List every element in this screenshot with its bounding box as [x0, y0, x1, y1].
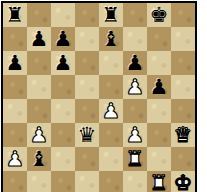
square-g5[interactable]: ♟ — [147, 75, 171, 99]
square-d7[interactable] — [75, 27, 99, 51]
black-pawn[interactable]: ♟ — [51, 27, 75, 51]
square-a3[interactable] — [3, 123, 27, 147]
square-h5[interactable] — [171, 75, 195, 99]
square-h4[interactable] — [171, 99, 195, 123]
square-f2[interactable]: ♜ — [123, 147, 147, 171]
square-a8[interactable]: ♜ — [3, 3, 27, 27]
square-h7[interactable] — [171, 27, 195, 51]
square-f8[interactable] — [123, 3, 147, 27]
black-rook[interactable]: ♜ — [99, 3, 123, 27]
square-g7[interactable] — [147, 27, 171, 51]
square-e2[interactable] — [99, 147, 123, 171]
square-f7[interactable] — [123, 27, 147, 51]
square-g2[interactable] — [147, 147, 171, 171]
square-d6[interactable] — [75, 51, 99, 75]
square-g8[interactable]: ♚ — [147, 3, 171, 27]
square-e6[interactable] — [99, 51, 123, 75]
square-a7[interactable] — [3, 27, 27, 51]
white-pawn[interactable]: ♟ — [99, 99, 123, 123]
square-b1[interactable] — [27, 171, 51, 192]
black-pawn[interactable]: ♟ — [27, 27, 51, 51]
white-king[interactable]: ♚ — [171, 171, 195, 192]
square-g4[interactable] — [147, 99, 171, 123]
white-pawn[interactable]: ♟ — [27, 123, 51, 147]
chess-board: ♜♜♚♟♟♝♟♟♟♟♟♟♟♛♟♛♟♝♜♜♚ — [1, 1, 197, 192]
square-e3[interactable] — [99, 123, 123, 147]
square-f5[interactable]: ♟ — [123, 75, 147, 99]
square-g3[interactable] — [147, 123, 171, 147]
square-f1[interactable] — [123, 171, 147, 192]
square-f3[interactable]: ♟ — [123, 123, 147, 147]
square-f4[interactable] — [123, 99, 147, 123]
white-pawn[interactable]: ♟ — [123, 123, 147, 147]
square-d3[interactable]: ♛ — [75, 123, 99, 147]
square-b2[interactable]: ♝ — [27, 147, 51, 171]
square-d8[interactable] — [75, 3, 99, 27]
square-c1[interactable] — [51, 171, 75, 192]
white-rook[interactable]: ♜ — [123, 147, 147, 171]
square-e1[interactable] — [99, 171, 123, 192]
square-e5[interactable] — [99, 75, 123, 99]
square-h8[interactable] — [171, 3, 195, 27]
square-a6[interactable]: ♟ — [3, 51, 27, 75]
square-d5[interactable] — [75, 75, 99, 99]
square-h3[interactable]: ♛ — [171, 123, 195, 147]
square-a1[interactable] — [3, 171, 27, 192]
white-queen[interactable]: ♛ — [171, 123, 195, 147]
black-pawn[interactable]: ♟ — [147, 75, 171, 99]
black-pawn[interactable]: ♟ — [51, 51, 75, 75]
square-b6[interactable] — [27, 51, 51, 75]
square-g6[interactable] — [147, 51, 171, 75]
square-d2[interactable] — [75, 147, 99, 171]
black-rook[interactable]: ♜ — [3, 3, 27, 27]
square-f6[interactable]: ♟ — [123, 51, 147, 75]
square-c3[interactable] — [51, 123, 75, 147]
black-bishop[interactable]: ♝ — [99, 27, 123, 51]
square-e8[interactable]: ♜ — [99, 3, 123, 27]
square-c6[interactable]: ♟ — [51, 51, 75, 75]
chess-board-screenshot: ♜♜♚♟♟♝♟♟♟♟♟♟♟♛♟♛♟♝♜♜♚ — [0, 0, 207, 192]
square-c2[interactable] — [51, 147, 75, 171]
white-pawn[interactable]: ♟ — [3, 147, 27, 171]
square-h6[interactable] — [171, 51, 195, 75]
square-g1[interactable]: ♜ — [147, 171, 171, 192]
black-queen[interactable]: ♛ — [75, 123, 99, 147]
black-king[interactable]: ♚ — [147, 3, 171, 27]
square-b3[interactable]: ♟ — [27, 123, 51, 147]
square-e7[interactable]: ♝ — [99, 27, 123, 51]
black-pawn[interactable]: ♟ — [123, 51, 147, 75]
square-e4[interactable]: ♟ — [99, 99, 123, 123]
black-bishop[interactable]: ♝ — [27, 147, 51, 171]
square-c5[interactable] — [51, 75, 75, 99]
white-pawn[interactable]: ♟ — [123, 75, 147, 99]
square-c7[interactable]: ♟ — [51, 27, 75, 51]
square-a2[interactable]: ♟ — [3, 147, 27, 171]
white-rook[interactable]: ♜ — [147, 171, 171, 192]
black-pawn[interactable]: ♟ — [3, 51, 27, 75]
square-b8[interactable] — [27, 3, 51, 27]
square-h2[interactable] — [171, 147, 195, 171]
square-b4[interactable] — [27, 99, 51, 123]
square-c4[interactable] — [51, 99, 75, 123]
square-d1[interactable] — [75, 171, 99, 192]
square-a4[interactable] — [3, 99, 27, 123]
square-d4[interactable] — [75, 99, 99, 123]
square-b5[interactable] — [27, 75, 51, 99]
square-c8[interactable] — [51, 3, 75, 27]
square-a5[interactable] — [3, 75, 27, 99]
square-h1[interactable]: ♚ — [171, 171, 195, 192]
square-b7[interactable]: ♟ — [27, 27, 51, 51]
